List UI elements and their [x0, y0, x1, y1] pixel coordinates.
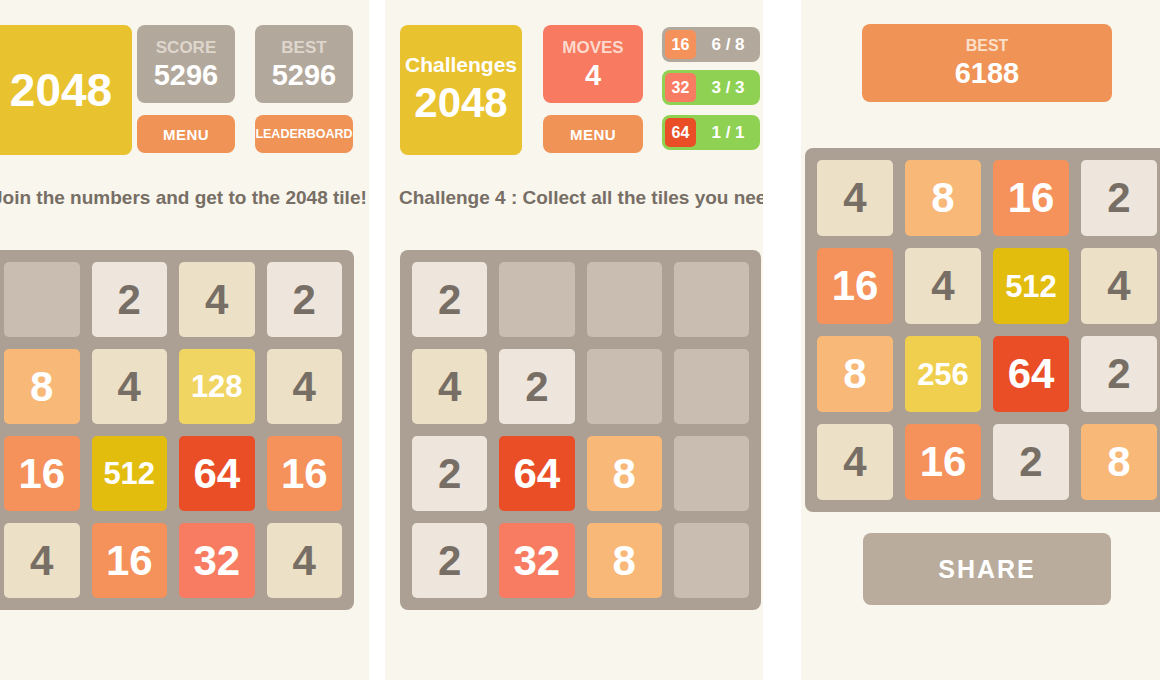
tile-512: 512: [92, 436, 168, 511]
tile-4: 4: [1081, 248, 1157, 324]
tile-4: 4: [4, 523, 80, 598]
goal-badge-16: 16 6 / 8: [662, 27, 760, 62]
tile-8: 8: [587, 436, 662, 511]
tile-8: 8: [817, 336, 893, 412]
tile-16: 16: [92, 523, 168, 598]
tile-4: 4: [905, 248, 981, 324]
tagline-challenge: Challenge 4 : Collect all the tiles you …: [399, 187, 763, 209]
tile-128: 128: [179, 349, 255, 424]
tile-8: 8: [905, 160, 981, 236]
tile-4: 4: [412, 349, 487, 424]
tile-4: 4: [92, 349, 168, 424]
leaderboard-button[interactable]: LEADERBOARD: [255, 115, 353, 153]
game-board-classic[interactable]: 242841284165126416416324: [0, 250, 354, 610]
goal-progress-16: 6 / 8: [696, 35, 760, 55]
score-box: SCORE 5296: [137, 25, 235, 103]
challenges-word: Challenges: [405, 53, 517, 76]
tile-8: 8: [1081, 424, 1157, 500]
tile-4: 4: [267, 349, 343, 424]
tile-4: 4: [817, 160, 893, 236]
menu-button-challenges[interactable]: MENU: [543, 115, 643, 153]
challenges-num: 2048: [414, 80, 507, 126]
tile-16: 16: [993, 160, 1069, 236]
game-board-best[interactable]: 481621645124825664241628: [805, 148, 1160, 512]
tile-4: 4: [817, 424, 893, 500]
empty-cell: [4, 262, 80, 337]
empty-cell: [499, 262, 574, 337]
game-board-challenge[interactable]: 24226482328: [400, 250, 761, 610]
tile-64: 64: [499, 436, 574, 511]
tile-2: 2: [267, 262, 343, 337]
tile-32: 32: [499, 523, 574, 598]
moves-box: MOVES 4: [543, 25, 643, 103]
empty-cell: [674, 349, 749, 424]
tile-8: 8: [587, 523, 662, 598]
score-value: 5296: [154, 61, 219, 90]
tile-16: 16: [905, 424, 981, 500]
tile-2: 2: [412, 523, 487, 598]
empty-cell: [674, 262, 749, 337]
logo-challenges-tile: Challenges 2048: [400, 25, 522, 155]
logo-2048-tile: 2048: [0, 25, 132, 155]
tile-16: 16: [817, 248, 893, 324]
tile-16: 16: [4, 436, 80, 511]
goal-tile-16: 16: [665, 30, 696, 59]
tile-2: 2: [1081, 336, 1157, 412]
goal-progress-32: 3 / 3: [696, 78, 760, 98]
tile-4: 4: [179, 262, 255, 337]
tile-2: 2: [993, 424, 1069, 500]
share-button[interactable]: SHARE: [863, 533, 1111, 605]
screenshot-root: 2048 SCORE 5296 BEST 5296 MENU LEADERBOA…: [0, 0, 1160, 680]
moves-value: 4: [585, 61, 601, 90]
tile-64: 64: [179, 436, 255, 511]
score-label: SCORE: [156, 39, 216, 56]
empty-cell: [587, 349, 662, 424]
best-badge-value: 6188: [955, 59, 1020, 88]
best-value: 5296: [272, 61, 337, 90]
tile-4: 4: [267, 523, 343, 598]
tile-2: 2: [412, 436, 487, 511]
tile-2: 2: [499, 349, 574, 424]
tile-8: 8: [4, 349, 80, 424]
best-badge-label: BEST: [966, 38, 1009, 54]
panel-challenges: Challenges 2048 MOVES 4 MENU 16 6 / 8 32…: [385, 0, 763, 680]
tile-64: 64: [993, 336, 1069, 412]
best-score-badge: BEST 6188: [862, 24, 1112, 102]
goal-tile-32: 32: [665, 73, 696, 102]
goal-badge-64: 64 1 / 1: [662, 115, 760, 150]
tile-2: 2: [1081, 160, 1157, 236]
tile-16: 16: [267, 436, 343, 511]
best-box: BEST 5296: [255, 25, 353, 103]
logo-2048-text: 2048: [10, 63, 112, 117]
tile-256: 256: [905, 336, 981, 412]
goal-badge-32: 32 3 / 3: [662, 70, 760, 105]
tile-512: 512: [993, 248, 1069, 324]
tile-2: 2: [92, 262, 168, 337]
tile-32: 32: [179, 523, 255, 598]
tagline-classic: Join the numbers and get to the 2048 til…: [0, 187, 367, 209]
goal-tile-64: 64: [665, 118, 696, 147]
empty-cell: [674, 523, 749, 598]
goal-progress-64: 1 / 1: [696, 123, 760, 143]
menu-button[interactable]: MENU: [137, 115, 235, 153]
empty-cell: [587, 262, 662, 337]
panel-best-share: BEST 6188 481621645124825664241628 SHARE: [801, 0, 1160, 680]
panel-classic: 2048 SCORE 5296 BEST 5296 MENU LEADERBOA…: [0, 0, 369, 680]
moves-label: MOVES: [562, 39, 623, 56]
best-label: BEST: [281, 39, 326, 56]
tile-2: 2: [412, 262, 487, 337]
empty-cell: [674, 436, 749, 511]
